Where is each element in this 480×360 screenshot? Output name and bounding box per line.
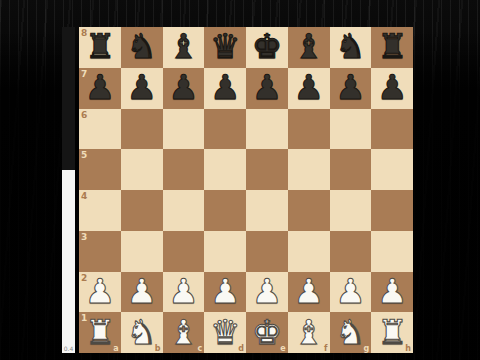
- square-b5[interactable]: [121, 149, 163, 190]
- square-b4[interactable]: [121, 190, 163, 231]
- black-pawn-b7[interactable]: ♟: [126, 70, 156, 104]
- square-d4[interactable]: [204, 190, 246, 231]
- white-pawn-d2[interactable]: ♟: [210, 274, 240, 308]
- white-pawn-h2[interactable]: ♟: [377, 274, 407, 308]
- square-h2[interactable]: ♟: [371, 272, 413, 313]
- square-g7[interactable]: ♟: [330, 68, 372, 109]
- square-f1[interactable]: f♝: [288, 312, 330, 353]
- square-f2[interactable]: ♟: [288, 272, 330, 313]
- square-g2[interactable]: ♟: [330, 272, 372, 313]
- square-b6[interactable]: [121, 109, 163, 150]
- black-pawn-a7[interactable]: ♟: [85, 70, 115, 104]
- square-f5[interactable]: [288, 149, 330, 190]
- square-h6[interactable]: [371, 109, 413, 150]
- square-a2[interactable]: 2♟: [79, 272, 121, 313]
- white-pawn-a2[interactable]: ♟: [85, 274, 115, 308]
- square-c2[interactable]: ♟: [163, 272, 205, 313]
- white-pawn-b2[interactable]: ♟: [126, 274, 156, 308]
- video-frame-background: 0.4 8♜♞♝♛♚♝♞♜7♟♟♟♟♟♟♟♟65432♟♟♟♟♟♟♟♟1a♜b♞…: [0, 0, 480, 360]
- rank-label-4: 4: [81, 191, 87, 201]
- rank-label-6: 6: [81, 110, 87, 120]
- square-g5[interactable]: [330, 149, 372, 190]
- square-c7[interactable]: ♟: [163, 68, 205, 109]
- white-knight-b1[interactable]: ♞: [126, 315, 156, 349]
- black-pawn-e7[interactable]: ♟: [252, 70, 282, 104]
- white-bishop-f1[interactable]: ♝: [293, 315, 323, 349]
- square-d2[interactable]: ♟: [204, 272, 246, 313]
- square-h1[interactable]: h♜: [371, 312, 413, 353]
- rank-label-3: 3: [81, 232, 87, 242]
- white-rook-h1[interactable]: ♜: [377, 315, 407, 349]
- black-queen-d8[interactable]: ♛: [210, 29, 240, 63]
- white-bishop-c1[interactable]: ♝: [168, 315, 198, 349]
- square-e3[interactable]: [246, 231, 288, 272]
- square-a8[interactable]: 8♜: [79, 27, 121, 68]
- square-d6[interactable]: [204, 109, 246, 150]
- black-pawn-g7[interactable]: ♟: [335, 70, 365, 104]
- black-bishop-f8[interactable]: ♝: [293, 29, 323, 63]
- square-c8[interactable]: ♝: [163, 27, 205, 68]
- square-a7[interactable]: 7♟: [79, 68, 121, 109]
- square-b2[interactable]: ♟: [121, 272, 163, 313]
- square-b8[interactable]: ♞: [121, 27, 163, 68]
- file-label-f: f: [324, 344, 327, 353]
- square-c6[interactable]: [163, 109, 205, 150]
- square-f4[interactable]: [288, 190, 330, 231]
- square-h8[interactable]: ♜: [371, 27, 413, 68]
- square-b7[interactable]: ♟: [121, 68, 163, 109]
- square-a1[interactable]: 1a♜: [79, 312, 121, 353]
- black-pawn-c7[interactable]: ♟: [168, 70, 198, 104]
- square-g8[interactable]: ♞: [330, 27, 372, 68]
- square-h4[interactable]: [371, 190, 413, 231]
- square-c4[interactable]: [163, 190, 205, 231]
- black-bishop-c8[interactable]: ♝: [168, 29, 198, 63]
- black-knight-g8[interactable]: ♞: [335, 29, 365, 63]
- square-e8[interactable]: ♚: [246, 27, 288, 68]
- square-b3[interactable]: [121, 231, 163, 272]
- black-rook-h8[interactable]: ♜: [377, 29, 407, 63]
- evaluation-bar: 0.4: [62, 27, 75, 353]
- square-a6[interactable]: 6: [79, 109, 121, 150]
- square-f7[interactable]: ♟: [288, 68, 330, 109]
- square-e4[interactable]: [246, 190, 288, 231]
- square-h5[interactable]: [371, 149, 413, 190]
- black-pawn-f7[interactable]: ♟: [293, 70, 323, 104]
- square-h7[interactable]: ♟: [371, 68, 413, 109]
- square-e7[interactable]: ♟: [246, 68, 288, 109]
- square-g3[interactable]: [330, 231, 372, 272]
- square-g6[interactable]: [330, 109, 372, 150]
- square-a4[interactable]: 4: [79, 190, 121, 231]
- white-king-e1[interactable]: ♚: [252, 315, 282, 349]
- black-king-e8[interactable]: ♚: [252, 29, 282, 63]
- square-d8[interactable]: ♛: [204, 27, 246, 68]
- square-f8[interactable]: ♝: [288, 27, 330, 68]
- white-pawn-c2[interactable]: ♟: [168, 274, 198, 308]
- square-d3[interactable]: [204, 231, 246, 272]
- square-b1[interactable]: b♞: [121, 312, 163, 353]
- square-e1[interactable]: e♚: [246, 312, 288, 353]
- rank-label-5: 5: [81, 150, 87, 160]
- black-knight-b8[interactable]: ♞: [126, 29, 156, 63]
- square-d5[interactable]: [204, 149, 246, 190]
- evaluation-value: 0.4: [62, 346, 75, 352]
- square-a5[interactable]: 5: [79, 149, 121, 190]
- chess-board: 8♜♞♝♛♚♝♞♜7♟♟♟♟♟♟♟♟65432♟♟♟♟♟♟♟♟1a♜b♞c♝d♛…: [79, 27, 413, 353]
- white-knight-g1[interactable]: ♞: [335, 315, 365, 349]
- black-pawn-d7[interactable]: ♟: [210, 70, 240, 104]
- square-g1[interactable]: g♞: [330, 312, 372, 353]
- white-rook-a1[interactable]: ♜: [85, 315, 115, 349]
- square-f6[interactable]: [288, 109, 330, 150]
- square-e2[interactable]: ♟: [246, 272, 288, 313]
- square-c1[interactable]: c♝: [163, 312, 205, 353]
- square-d1[interactable]: d♛: [204, 312, 246, 353]
- square-a3[interactable]: 3: [79, 231, 121, 272]
- black-rook-a8[interactable]: ♜: [85, 29, 115, 63]
- white-queen-d1[interactable]: ♛: [210, 315, 240, 349]
- black-pawn-h7[interactable]: ♟: [377, 70, 407, 104]
- square-f3[interactable]: [288, 231, 330, 272]
- white-pawn-f2[interactable]: ♟: [293, 274, 323, 308]
- square-e5[interactable]: [246, 149, 288, 190]
- square-d7[interactable]: ♟: [204, 68, 246, 109]
- square-c5[interactable]: [163, 149, 205, 190]
- white-pawn-g2[interactable]: ♟: [335, 274, 365, 308]
- white-pawn-e2[interactable]: ♟: [252, 274, 282, 308]
- square-e6[interactable]: [246, 109, 288, 150]
- evaluation-bar-white-section: 0.4: [62, 170, 75, 353]
- square-c3[interactable]: [163, 231, 205, 272]
- square-g4[interactable]: [330, 190, 372, 231]
- square-h3[interactable]: [371, 231, 413, 272]
